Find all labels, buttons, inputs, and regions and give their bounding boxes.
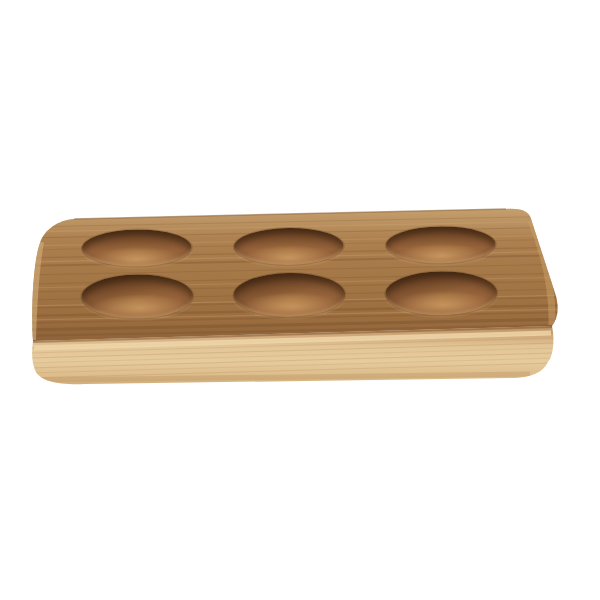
pit-grid bbox=[61, 219, 518, 321]
pit-r2c2[interactable] bbox=[233, 272, 345, 317]
pit-cell-r2c3 bbox=[365, 269, 517, 318]
pit-r1c3[interactable] bbox=[386, 225, 496, 263]
pit-r1c1[interactable] bbox=[82, 229, 192, 267]
pit-r1c2[interactable] bbox=[234, 227, 344, 265]
pit-cell-r1c2 bbox=[212, 220, 365, 272]
pit-cell-r1c3 bbox=[364, 219, 517, 271]
product-photo-background bbox=[0, 0, 600, 600]
pit-cell-r2c1 bbox=[61, 272, 213, 321]
mancala-board bbox=[0, 0, 600, 600]
pit-cell-r1c1 bbox=[61, 222, 214, 274]
pit-r2c3[interactable] bbox=[385, 270, 497, 315]
pit-r2c1[interactable] bbox=[81, 274, 193, 319]
pit-cell-r2c2 bbox=[213, 270, 365, 319]
